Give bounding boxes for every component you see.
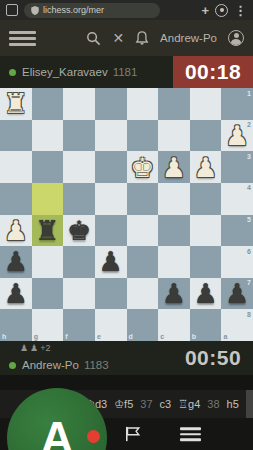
square-c7[interactable]: ♟ [158, 278, 190, 310]
black-pawn[interactable]: ♟ [190, 278, 222, 310]
black-pawn[interactable]: ♟ [158, 278, 190, 310]
square-c8[interactable]: c [158, 309, 190, 341]
square-h5[interactable]: ♟ [0, 215, 32, 247]
header-username[interactable]: Andrew-Po [160, 32, 217, 44]
square-c4[interactable] [158, 183, 190, 215]
move-number: 38 [207, 398, 219, 410]
file-label: g [34, 333, 38, 340]
square-c6[interactable] [158, 246, 190, 278]
user-avatar-icon[interactable] [228, 30, 244, 46]
new-tab-icon[interactable]: + [201, 4, 209, 17]
square-h6[interactable]: ♟ [0, 246, 32, 278]
square-h8[interactable]: h [0, 309, 32, 341]
white-pawn[interactable]: ♟ [190, 151, 222, 183]
square-g1[interactable] [32, 88, 64, 120]
url-bar[interactable]: lichess.org/mer [24, 3, 160, 18]
white-pawn[interactable]: ♟ [158, 151, 190, 183]
rank-label: 6 [247, 248, 251, 255]
rank-label: 4 [247, 184, 251, 191]
square-b7[interactable]: ♟ [190, 278, 222, 310]
search-icon[interactable] [86, 31, 101, 46]
bottom-player-name[interactable]: Andrew-Po [22, 359, 79, 371]
square-f3[interactable] [63, 151, 95, 183]
square-g6[interactable] [32, 246, 64, 278]
square-f6[interactable] [63, 246, 95, 278]
rank-label: 1 [247, 90, 251, 97]
move[interactable]: ♔f5 [114, 398, 133, 411]
square-b8[interactable]: b [190, 309, 222, 341]
square-a2[interactable]: 2♟ [221, 120, 253, 152]
online-dot [9, 69, 16, 76]
top-player-rating: 1181 [113, 66, 138, 78]
url-text: lichess.org/mer [43, 5, 104, 15]
square-f2[interactable] [63, 120, 95, 152]
resign-flag-icon[interactable] [124, 426, 142, 442]
square-b2[interactable] [190, 120, 222, 152]
challenges-icon[interactable]: ✕ [112, 30, 124, 46]
square-c3[interactable]: ♟ [158, 151, 190, 183]
square-h4[interactable] [0, 183, 32, 215]
square-a5[interactable]: 5 [221, 215, 253, 247]
square-f7[interactable] [63, 278, 95, 310]
square-e7[interactable] [95, 278, 127, 310]
square-c5[interactable] [158, 215, 190, 247]
file-label: h [2, 333, 6, 340]
top-player-bar: Elisey_Karavaev 1181 00:18 [0, 56, 253, 88]
game-menu-icon[interactable] [180, 427, 201, 441]
file-label: a [223, 333, 227, 340]
black-pawn[interactable]: ♟ [95, 246, 127, 278]
profile-icon[interactable] [215, 4, 228, 17]
square-g7[interactable] [32, 278, 64, 310]
move[interactable]: c3 [160, 398, 172, 410]
square-g3[interactable] [32, 151, 64, 183]
chess-board: YouTube Shorts @an·····channel ♜12♟♚♟♟34… [0, 88, 253, 341]
square-a7[interactable]: 7♟ [221, 278, 253, 310]
move-number: 37 [140, 398, 152, 410]
square-e1[interactable] [95, 88, 127, 120]
file-label: c [160, 333, 164, 340]
square-e2[interactable] [95, 120, 127, 152]
square-b6[interactable] [190, 246, 222, 278]
subscribe-dot [87, 430, 100, 443]
square-d6[interactable] [127, 246, 159, 278]
square-a6[interactable]: 6 [221, 246, 253, 278]
square-g4[interactable] [32, 183, 64, 215]
material-advantage-value: +2 [40, 343, 50, 353]
captured-pawn-icon: ♟ [30, 344, 38, 353]
online-dot [9, 362, 16, 369]
captured-pawn-icon: ♟ [20, 344, 28, 353]
square-d4[interactable] [127, 183, 159, 215]
square-d1[interactable] [127, 88, 159, 120]
square-e6[interactable]: ♟ [95, 246, 127, 278]
tab-switcher-icon[interactable] [6, 4, 18, 16]
square-d7[interactable] [127, 278, 159, 310]
square-a8[interactable]: 8a [221, 309, 253, 341]
square-g5[interactable]: ♜ [32, 215, 64, 247]
square-e4[interactable] [95, 183, 127, 215]
file-label: f [65, 333, 67, 340]
black-pawn[interactable]: ♟ [0, 278, 32, 310]
rank-label: 5 [247, 216, 251, 223]
square-f5[interactable]: ♚ [63, 215, 95, 247]
bottom-player-bar: ♟ ♟ +2 Andrew-Po 1183 00:50 [0, 341, 253, 375]
square-e3[interactable] [95, 151, 127, 183]
square-h3[interactable] [0, 151, 32, 183]
black-pawn[interactable]: ♟ [0, 246, 32, 278]
white-rook[interactable]: ♜ [0, 88, 32, 120]
white-pawn[interactable]: ♟ [221, 120, 253, 152]
black-pawn[interactable]: ♟ [221, 278, 253, 310]
square-h2[interactable] [0, 120, 32, 152]
move[interactable]: h5 [227, 398, 239, 410]
white-king[interactable]: ♚ [127, 151, 159, 183]
square-e8[interactable]: e [95, 309, 127, 341]
move-current[interactable]: ♖g5 [246, 390, 253, 418]
square-f4[interactable] [63, 183, 95, 215]
browser-menu-icon[interactable]: ⋮ [234, 4, 247, 17]
app-header: ✕ Andrew-Po [0, 20, 253, 56]
square-g8[interactable]: g [32, 309, 64, 341]
square-d5[interactable] [127, 215, 159, 247]
square-d3[interactable]: ♚ [127, 151, 159, 183]
bottom-player-clock: 00:50 [173, 341, 253, 375]
notifications-bell-icon[interactable] [135, 31, 149, 46]
material-advantage: ♟ ♟ +2 [20, 343, 50, 353]
file-label: d [129, 333, 133, 340]
square-h1[interactable]: ♜ [0, 88, 32, 120]
square-f1[interactable] [63, 88, 95, 120]
channel-avatar-letter: A [40, 411, 73, 450]
square-f8[interactable]: f [63, 309, 95, 341]
square-c2[interactable] [158, 120, 190, 152]
square-e5[interactable] [95, 215, 127, 247]
file-label: b [192, 333, 196, 340]
square-b3[interactable]: ♟ [190, 151, 222, 183]
square-d8[interactable]: d [127, 309, 159, 341]
square-a4[interactable]: 4 [221, 183, 253, 215]
square-a3[interactable]: 3 [221, 151, 253, 183]
move[interactable]: ♖g4 [178, 398, 200, 411]
rank-label: 3 [247, 153, 251, 160]
bottom-player-rating: 1183 [84, 359, 109, 371]
browser-bar: lichess.org/mer + ⋮ [0, 0, 253, 20]
square-d2[interactable] [127, 120, 159, 152]
shield-icon [31, 6, 39, 15]
square-b1[interactable] [190, 88, 222, 120]
black-king[interactable]: ♚ [63, 215, 95, 247]
black-rook[interactable]: ♜ [32, 215, 64, 247]
white-pawn[interactable]: ♟ [0, 215, 32, 247]
square-b5[interactable] [190, 215, 222, 247]
square-a1[interactable]: 1 [221, 88, 253, 120]
square-b4[interactable] [190, 183, 222, 215]
hamburger-menu-icon[interactable] [9, 31, 36, 46]
phone-screen: lichess.org/mer + ⋮ ✕ Andrew-Po Elisey_K… [0, 0, 253, 450]
square-h7[interactable]: ♟ [0, 278, 32, 310]
top-player-clock: 00:18 [173, 56, 253, 88]
square-g2[interactable] [32, 120, 64, 152]
rank-label: 8 [247, 311, 251, 318]
square-c1[interactable] [158, 88, 190, 120]
file-label: e [97, 333, 101, 340]
top-player-name[interactable]: Elisey_Karavaev [22, 66, 108, 78]
